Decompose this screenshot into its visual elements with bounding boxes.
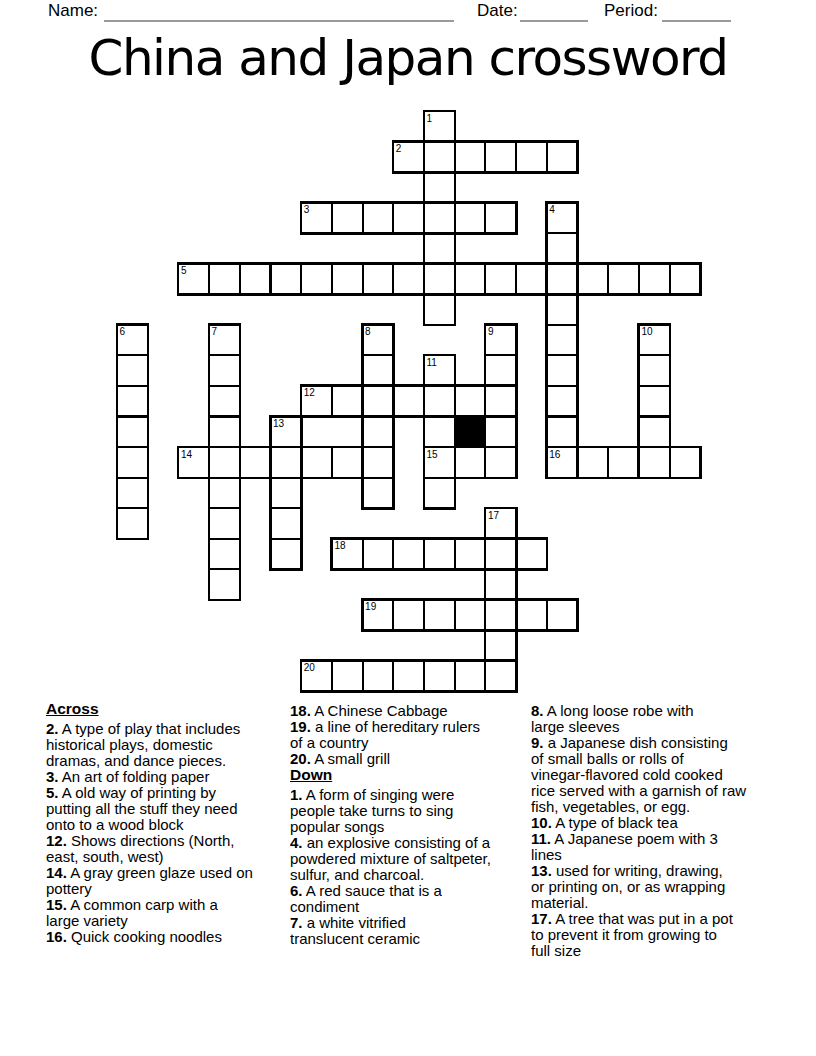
crossword-cell[interactable]: [423, 293, 456, 326]
crossword-cell[interactable]: [423, 232, 456, 265]
crossword-cell[interactable]: [638, 354, 671, 387]
crossword-cell[interactable]: [362, 385, 395, 418]
crossword-cell[interactable]: [362, 416, 395, 449]
crossword-cell[interactable]: [362, 538, 395, 571]
crossword-cell[interactable]: [392, 385, 425, 418]
crossword-cell[interactable]: [392, 660, 425, 693]
crossword-cell[interactable]: [423, 538, 456, 571]
clue-item: 17. A tree that was put in a pot to prev…: [531, 911, 797, 959]
clue-item: 4. an explosive consisting of a powdered…: [290, 835, 536, 883]
crossword-cell[interactable]: [423, 416, 456, 449]
crossword-cell[interactable]: [423, 171, 456, 204]
clue-number: 13.: [531, 862, 552, 879]
clue-number-label: 17: [488, 511, 499, 521]
crossword-cell[interactable]: [454, 263, 487, 296]
crossword-cell[interactable]: [484, 354, 517, 387]
clue-item: 18. A Chinese Cabbage: [290, 703, 536, 719]
clue-item: 1. A form of singing were people take tu…: [290, 787, 536, 835]
clue-number: 1.: [290, 786, 303, 803]
crossword-cell[interactable]: [577, 263, 610, 296]
clue-number: 19.: [290, 718, 311, 735]
crossword-cell[interactable]: [208, 538, 241, 571]
clue-number-label: 15: [427, 450, 438, 460]
clue-text: a Japanese dish consisting of small ball…: [531, 734, 746, 815]
crossword-cell[interactable]: [331, 263, 364, 296]
clue-number-label: 18: [334, 541, 345, 551]
crossword-cell[interactable]: [392, 599, 425, 632]
clue-text: used for writing, drawing, or printing o…: [531, 862, 725, 911]
crossword-cell[interactable]: [454, 538, 487, 571]
crossword-cell[interactable]: [116, 416, 149, 449]
clue-text: Quick cooking noodles: [67, 928, 222, 945]
clue-item: 13. used for writing, drawing, or printi…: [531, 863, 797, 911]
crossword-cell[interactable]: [515, 141, 548, 174]
clue-text: A Chinese Cabbage: [311, 702, 448, 719]
crossword-cell[interactable]: [208, 477, 241, 510]
crossword-cell[interactable]: [331, 385, 364, 418]
crossword-cell[interactable]: [484, 660, 517, 693]
crossword-cell[interactable]: [116, 354, 149, 387]
crossword-cell[interactable]: [362, 660, 395, 693]
crossword-cell[interactable]: [669, 446, 702, 479]
clue-number: 5.: [46, 784, 59, 801]
clue-item: 8. A long loose robe with large sleeves: [531, 703, 797, 735]
clue-number-label: 5: [181, 266, 187, 276]
crossword-cell[interactable]: [331, 202, 364, 235]
crossword-cell[interactable]: [484, 416, 517, 449]
clue-number-label: 13: [273, 419, 284, 429]
crossword-cell[interactable]: [208, 507, 241, 540]
clue-number: 4.: [290, 834, 303, 851]
crossword-cell[interactable]: [270, 507, 303, 540]
crossword-cell[interactable]: [208, 263, 241, 296]
blocked-cell: [454, 416, 487, 449]
clue-text: A type of play that includes historical …: [46, 720, 240, 769]
crossword-cell[interactable]: [638, 446, 671, 479]
crossword-cell[interactable]: [454, 141, 487, 174]
crossword-cell[interactable]: [546, 293, 579, 326]
clue-text: A small grill: [311, 750, 390, 767]
crossword-cell[interactable]: [484, 629, 517, 662]
clue-column-3: 8. A long loose robe with large sleeves9…: [531, 703, 797, 959]
crossword-cell[interactable]: [270, 263, 303, 296]
clue-text: A form of singing were people take turns…: [290, 786, 454, 835]
crossword-cell[interactable]: [577, 446, 610, 479]
crossword-cell[interactable]: [638, 416, 671, 449]
crossword-cell[interactable]: [546, 354, 579, 387]
crossword-cell[interactable]: [515, 599, 548, 632]
clue-number: 16.: [46, 928, 67, 945]
crossword-cell[interactable]: [362, 477, 395, 510]
crossword-cell[interactable]: [208, 354, 241, 387]
crossword-cell[interactable]: [454, 446, 487, 479]
clue-number: 17.: [531, 910, 552, 927]
clue-item: 19. a line of hereditary rulers of a cou…: [290, 719, 536, 751]
crossword-cell[interactable]: [484, 568, 517, 601]
clue-text: A long loose robe with large sleeves: [531, 702, 694, 735]
clue-number-label: 20: [304, 663, 315, 673]
crossword-cell[interactable]: [607, 446, 640, 479]
clue-number: 14.: [46, 864, 67, 881]
crossword-cell[interactable]: [546, 141, 579, 174]
crossword-cell[interactable]: [546, 599, 579, 632]
clue-item: 6. A red sauce that is a condiment: [290, 883, 536, 915]
clue-number-label: 14: [181, 450, 192, 460]
crossword-cell[interactable]: [116, 385, 149, 418]
clue-text: A old way of printing by putting all the…: [46, 784, 238, 833]
crossword-cell[interactable]: [116, 477, 149, 510]
crossword-cell[interactable]: [362, 202, 395, 235]
clue-item: 10. A type of black tea: [531, 815, 797, 831]
clue-item: 14. A gray green glaze used on pottery: [46, 865, 284, 897]
crossword-cell[interactable]: [423, 202, 456, 235]
crossword-cell[interactable]: [515, 538, 548, 571]
crossword-cell[interactable]: [423, 660, 456, 693]
clue-item: 11. A Japanese poem with 3 lines: [531, 831, 797, 863]
crossword-cell[interactable]: [362, 446, 395, 479]
crossword-cell[interactable]: [116, 446, 149, 479]
crossword-cell[interactable]: [270, 477, 303, 510]
crossword-cell[interactable]: [454, 660, 487, 693]
clue-number-label: 19: [365, 602, 376, 612]
crossword-cell[interactable]: [270, 538, 303, 571]
crossword-cell[interactable]: [607, 263, 640, 296]
clue-list-heading: Across: [46, 701, 284, 717]
crossword-cell[interactable]: [300, 446, 333, 479]
crossword-cell[interactable]: [515, 263, 548, 296]
crossword-cell[interactable]: [331, 660, 364, 693]
clue-text: an explosive consisting of a powdered mi…: [290, 834, 491, 883]
crossword-cell[interactable]: [392, 538, 425, 571]
crossword-cell[interactable]: [546, 416, 579, 449]
clue-number: 2.: [46, 720, 59, 737]
crossword-cell[interactable]: [423, 263, 456, 296]
clue-item: 7. a white vitrified translucent ceramic: [290, 915, 536, 947]
crossword-cell[interactable]: [484, 599, 517, 632]
clue-column-2: 18. A Chinese Cabbage19. a line of hered…: [290, 703, 536, 947]
crossword-cell[interactable]: [239, 263, 272, 296]
clue-number: 3.: [46, 768, 59, 785]
crossword-cell[interactable]: [392, 263, 425, 296]
clue-text: A gray green glaze used on pottery: [46, 864, 253, 897]
clue-number-label: 16: [549, 450, 560, 460]
clue-number-label: 7: [212, 327, 218, 337]
crossword-cell[interactable]: [208, 446, 241, 479]
crossword-cell[interactable]: [239, 446, 272, 479]
crossword-cell[interactable]: [208, 385, 241, 418]
clue-item: 12. Shows directions (North, east, south…: [46, 833, 284, 865]
clue-item: 15. A common carp with a large variety: [46, 897, 284, 929]
clue-number-label: 4: [549, 205, 555, 215]
clue-number: 18.: [290, 702, 311, 719]
clue-list-heading: Down: [290, 767, 536, 783]
crossword-cell[interactable]: [208, 568, 241, 601]
clue-text: Shows directions (North, east, south, we…: [46, 832, 234, 865]
crossword-cell[interactable]: [484, 202, 517, 235]
clue-item: 2. A type of play that includes historic…: [46, 721, 284, 769]
clue-text: A common carp with a large variety: [46, 896, 218, 929]
crossword-cell[interactable]: [423, 141, 456, 174]
clue-number-label: 2: [396, 144, 402, 154]
clue-number-label: 8: [365, 327, 371, 337]
crossword-cell[interactable]: [484, 263, 517, 296]
crossword-cell[interactable]: [638, 263, 671, 296]
clue-number-label: 6: [120, 327, 126, 337]
clue-number-label: 10: [641, 327, 652, 337]
crossword-cell[interactable]: [116, 507, 149, 540]
clue-number: 8.: [531, 702, 544, 719]
crossword-cell[interactable]: [454, 385, 487, 418]
clue-number-label: 12: [304, 388, 315, 398]
worksheet: Name: Date: Period: China and Japan cros…: [0, 0, 816, 1056]
clue-item: 9. a Japanese dish consisting of small b…: [531, 735, 797, 815]
crossword-cell[interactable]: [546, 232, 579, 265]
crossword-cell[interactable]: [546, 263, 579, 296]
crossword-cell[interactable]: [392, 202, 425, 235]
crossword-cell[interactable]: [454, 202, 487, 235]
clue-item: 16. Quick cooking noodles: [46, 929, 284, 945]
clue-text: A type of black tea: [552, 814, 678, 831]
clue-item: 5. A old way of printing by putting all …: [46, 785, 284, 833]
crossword-cell[interactable]: [454, 599, 487, 632]
crossword-cell[interactable]: [208, 416, 241, 449]
clue-item: 3. An art of folding paper: [46, 769, 284, 785]
clue-number: 9.: [531, 734, 544, 751]
clue-text: A tree that was put in a pot to prevent …: [531, 910, 733, 959]
crossword-cell[interactable]: [546, 385, 579, 418]
clue-number: 11.: [531, 830, 551, 847]
clue-number-label: 3: [304, 205, 310, 215]
crossword-cell[interactable]: [270, 446, 303, 479]
clue-number: 7.: [290, 914, 303, 931]
clue-number-label: 11: [427, 358, 437, 368]
clue-number: 12.: [46, 832, 67, 849]
crossword-cell[interactable]: [546, 324, 579, 357]
crossword-cell[interactable]: [484, 385, 517, 418]
crossword-cell[interactable]: [300, 263, 333, 296]
clue-number-label: 1: [427, 114, 433, 124]
clue-column-1: Across2. A type of play that includes hi…: [46, 701, 284, 945]
crossword-cell[interactable]: [331, 446, 364, 479]
crossword-cell[interactable]: [669, 263, 702, 296]
crossword-cell[interactable]: [362, 263, 395, 296]
crossword-cell[interactable]: [423, 385, 456, 418]
crossword-cell[interactable]: [362, 354, 395, 387]
crossword-cell[interactable]: [423, 599, 456, 632]
crossword-cell[interactable]: [484, 141, 517, 174]
crossword-cell[interactable]: [638, 385, 671, 418]
clue-text: A red sauce that is a condiment: [290, 882, 442, 915]
crossword-cell[interactable]: [484, 446, 517, 479]
clue-number-label: 9: [488, 327, 494, 337]
clue-item: 20. A small grill: [290, 751, 536, 767]
clue-number: 10.: [531, 814, 552, 831]
clue-number: 15.: [46, 896, 67, 913]
clue-text: a white vitrified translucent ceramic: [290, 914, 420, 947]
clue-number: 6.: [290, 882, 303, 899]
clue-text: A Japanese poem with 3 lines: [531, 830, 718, 863]
crossword-cell[interactable]: [423, 477, 456, 510]
clue-text: a line of hereditary rulers of a country: [290, 718, 480, 751]
crossword-cell[interactable]: [484, 538, 517, 571]
clue-text: An art of folding paper: [59, 768, 210, 785]
clue-number: 20.: [290, 750, 311, 767]
